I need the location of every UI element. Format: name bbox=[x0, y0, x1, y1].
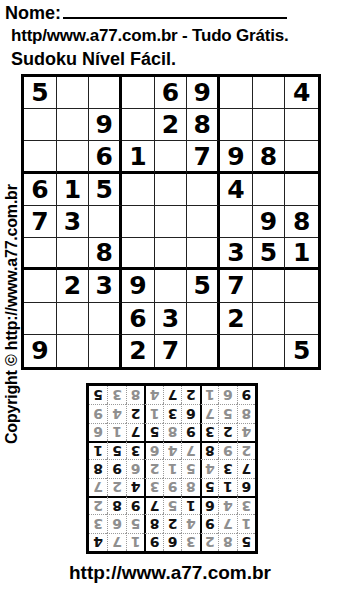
solution-cell-r5c5: 1 bbox=[163, 459, 181, 477]
solution-cell-r4c5: 9 bbox=[163, 478, 181, 496]
solution-cell-r1c8: 7 bbox=[107, 533, 125, 551]
cell-r3c8: 8 bbox=[253, 141, 286, 173]
sudoku-board: 569492861798615473988351239576329275 bbox=[21, 74, 321, 370]
cell-r4c2: 1 bbox=[57, 174, 90, 206]
solution-cell-r4c2: 1 bbox=[218, 478, 236, 496]
solution-cell-r5c3: 4 bbox=[200, 459, 218, 477]
cell-r6c4[interactable] bbox=[122, 238, 155, 270]
solution-cell-r3c9: 2 bbox=[89, 496, 107, 514]
solution-cell-r9c9: 5 bbox=[89, 386, 107, 404]
solution-cell-r2c9: 3 bbox=[89, 514, 107, 532]
solution-cell-r8c2: 5 bbox=[218, 404, 236, 422]
sudoku-worksheet-page: Nome: http/www.a77.com.br - Tudo Grátis.… bbox=[0, 0, 340, 596]
cell-r9c6[interactable] bbox=[187, 335, 220, 367]
cell-r8c1[interactable] bbox=[24, 303, 57, 335]
cell-r5c7[interactable] bbox=[220, 206, 253, 238]
cell-r1c5: 6 bbox=[155, 77, 188, 109]
cell-r6c5[interactable] bbox=[155, 238, 188, 270]
cell-r5c8: 9 bbox=[253, 206, 286, 238]
cell-r5c5[interactable] bbox=[155, 206, 188, 238]
cell-r9c8[interactable] bbox=[253, 335, 286, 367]
solution-cell-r6c2: 9 bbox=[218, 441, 236, 459]
cell-r9c2[interactable] bbox=[57, 335, 90, 367]
solution-cell-r6c4: 7 bbox=[181, 441, 199, 459]
cell-r2c4[interactable] bbox=[122, 109, 155, 141]
solution-cell-r2c6: 8 bbox=[144, 514, 162, 532]
solution-cell-r1c5: 6 bbox=[163, 533, 181, 551]
solution-cell-r6c3: 8 bbox=[200, 441, 218, 459]
cell-r8c8[interactable] bbox=[253, 303, 286, 335]
solution-cell-r9c5: 7 bbox=[163, 386, 181, 404]
cell-r1c6: 9 bbox=[187, 77, 220, 109]
solution-cell-r3c7: 9 bbox=[126, 496, 144, 514]
cell-r4c3: 5 bbox=[89, 174, 122, 206]
solution-cell-r7c6: 5 bbox=[144, 423, 162, 441]
solution-cell-r4c7: 4 bbox=[126, 478, 144, 496]
cell-r4c9[interactable] bbox=[285, 174, 318, 206]
solution-cell-r4c9: 7 bbox=[89, 478, 107, 496]
solution-cell-r6c9: 1 bbox=[89, 441, 107, 459]
cell-r2c5: 2 bbox=[155, 109, 188, 141]
cell-r5c1: 7 bbox=[24, 206, 57, 238]
solution-cell-r4c6: 3 bbox=[144, 478, 162, 496]
solution-cell-r7c9: 6 bbox=[89, 423, 107, 441]
cell-r5c6[interactable] bbox=[187, 206, 220, 238]
cell-r8c6[interactable] bbox=[187, 303, 220, 335]
solution-cell-r4c3: 5 bbox=[200, 478, 218, 496]
cell-r8c9[interactable] bbox=[285, 303, 318, 335]
site-header-text: http/www.a77.com.br - Tudo Grátis. bbox=[11, 26, 289, 46]
cell-r6c7: 3 bbox=[220, 238, 253, 270]
solution-cell-r4c1: 6 bbox=[237, 478, 255, 496]
solution-cell-r3c2: 4 bbox=[218, 496, 236, 514]
solution-cell-r1c4: 3 bbox=[181, 533, 199, 551]
solution-cell-r8c8: 4 bbox=[107, 404, 125, 422]
solution-cell-r8c6: 1 bbox=[144, 404, 162, 422]
solution-cell-r6c8: 5 bbox=[107, 441, 125, 459]
footer-url: http://www.a77.com.br bbox=[0, 562, 340, 584]
cell-r2c2[interactable] bbox=[57, 109, 90, 141]
solution-cell-r5c6: 2 bbox=[144, 459, 162, 477]
cell-r5c4[interactable] bbox=[122, 206, 155, 238]
cell-r6c3: 8 bbox=[89, 238, 122, 270]
solution-cell-r7c1: 4 bbox=[237, 423, 255, 441]
cell-r8c7: 2 bbox=[220, 303, 253, 335]
puzzle-title: Sudoku Nível Fácil. bbox=[11, 49, 176, 70]
cell-r2c9[interactable] bbox=[285, 109, 318, 141]
cell-r7c7: 7 bbox=[220, 270, 253, 302]
solution-cell-r3c5: 5 bbox=[163, 496, 181, 514]
cell-r6c6[interactable] bbox=[187, 238, 220, 270]
solution-cell-r6c6: 6 bbox=[144, 441, 162, 459]
solution-cell-r9c6: 4 bbox=[144, 386, 162, 404]
cell-r4c1: 6 bbox=[24, 174, 57, 206]
cell-r1c7[interactable] bbox=[220, 77, 253, 109]
cell-r7c6: 5 bbox=[187, 270, 220, 302]
cell-r8c3[interactable] bbox=[89, 303, 122, 335]
solution-cell-r5c4: 5 bbox=[181, 459, 199, 477]
solution-cell-r8c3: 7 bbox=[200, 404, 218, 422]
solution-cell-r7c2: 2 bbox=[218, 423, 236, 441]
cell-r3c5[interactable] bbox=[155, 141, 188, 173]
solution-cell-r5c7: 6 bbox=[126, 459, 144, 477]
solution-cell-r8c1: 8 bbox=[237, 404, 255, 422]
cell-r5c9: 8 bbox=[285, 206, 318, 238]
solution-cell-r7c4: 9 bbox=[181, 423, 199, 441]
solution-cell-r1c9: 4 bbox=[89, 533, 107, 551]
cell-r4c8[interactable] bbox=[253, 174, 286, 206]
solution-cell-r9c8: 3 bbox=[107, 386, 125, 404]
solution-cell-r9c7: 8 bbox=[126, 386, 144, 404]
solution-cell-r5c1: 7 bbox=[237, 459, 255, 477]
solution-cell-r8c5: 3 bbox=[163, 404, 181, 422]
solution-cell-r2c4: 4 bbox=[181, 514, 199, 532]
cell-r3c9[interactable] bbox=[285, 141, 318, 173]
solution-cell-r4c8: 2 bbox=[107, 478, 125, 496]
cell-r2c8[interactable] bbox=[253, 109, 286, 141]
solution-cell-r8c4: 6 bbox=[181, 404, 199, 422]
cell-r1c2[interactable] bbox=[57, 77, 90, 109]
cell-r9c1: 9 bbox=[24, 335, 57, 367]
name-field-row: Nome: bbox=[5, 2, 287, 24]
cell-r7c5[interactable] bbox=[155, 270, 188, 302]
solution-cell-r2c1: 1 bbox=[237, 514, 255, 532]
cell-r1c4[interactable] bbox=[122, 77, 155, 109]
cell-r3c2[interactable] bbox=[57, 141, 90, 173]
cell-r5c2: 3 bbox=[57, 206, 90, 238]
solution-cell-r9c3: 1 bbox=[200, 386, 218, 404]
solution-cell-r6c5: 4 bbox=[163, 441, 181, 459]
solution-cell-r3c1: 3 bbox=[237, 496, 255, 514]
copyright-vertical-text: Copyright © http://www.a77.com.br bbox=[3, 184, 21, 444]
solution-cell-r5c8: 9 bbox=[107, 459, 125, 477]
cell-r5c3[interactable] bbox=[89, 206, 122, 238]
cell-r1c1: 5 bbox=[24, 77, 57, 109]
name-label: Nome: bbox=[5, 3, 61, 23]
solution-cell-r5c9: 8 bbox=[89, 459, 107, 477]
solution-cell-r2c2: 7 bbox=[218, 514, 236, 532]
cell-r9c5: 7 bbox=[155, 335, 188, 367]
solution-board-rotated: 5823691741794285633461579826158934277345… bbox=[86, 383, 258, 554]
solution-cell-r2c5: 2 bbox=[163, 514, 181, 532]
cell-r3c7: 9 bbox=[220, 141, 253, 173]
cell-r4c6[interactable] bbox=[187, 174, 220, 206]
cell-r3c3: 6 bbox=[89, 141, 122, 173]
cell-r4c5[interactable] bbox=[155, 174, 188, 206]
cell-r7c3: 3 bbox=[89, 270, 122, 302]
cell-r4c4[interactable] bbox=[122, 174, 155, 206]
solution-cell-r9c1: 9 bbox=[237, 386, 255, 404]
solution-cell-r1c6: 9 bbox=[144, 533, 162, 551]
solution-cell-r3c3: 6 bbox=[200, 496, 218, 514]
cell-r3c4: 1 bbox=[122, 141, 155, 173]
cell-r7c2: 2 bbox=[57, 270, 90, 302]
cell-r6c1[interactable] bbox=[24, 238, 57, 270]
solution-cell-r4c4: 8 bbox=[181, 478, 199, 496]
solution-cell-r3c4: 1 bbox=[181, 496, 199, 514]
cell-r2c6: 8 bbox=[187, 109, 220, 141]
cell-r2c3: 9 bbox=[89, 109, 122, 141]
name-underline bbox=[63, 2, 287, 19]
cell-r6c8: 5 bbox=[253, 238, 286, 270]
cell-r7c8[interactable] bbox=[253, 270, 286, 302]
solution-cell-r7c8: 1 bbox=[107, 423, 125, 441]
cell-r8c5: 3 bbox=[155, 303, 188, 335]
cell-r8c2[interactable] bbox=[57, 303, 90, 335]
cell-r6c9: 1 bbox=[285, 238, 318, 270]
solution-cell-r8c7: 2 bbox=[126, 404, 144, 422]
solution-cell-r7c3: 3 bbox=[200, 423, 218, 441]
solution-cell-r5c2: 3 bbox=[218, 459, 236, 477]
cell-r4c7: 4 bbox=[220, 174, 253, 206]
cell-r9c4: 2 bbox=[122, 335, 155, 367]
cell-r9c3[interactable] bbox=[89, 335, 122, 367]
solution-cell-r1c1: 5 bbox=[237, 533, 255, 551]
solution-cell-r1c7: 1 bbox=[126, 533, 144, 551]
cell-r9c9: 5 bbox=[285, 335, 318, 367]
solution-cell-r9c2: 6 bbox=[218, 386, 236, 404]
solution-cell-r2c8: 6 bbox=[107, 514, 125, 532]
solution-cell-r3c6: 7 bbox=[144, 496, 162, 514]
solution-cell-r3c8: 8 bbox=[107, 496, 125, 514]
solution-cell-r2c3: 9 bbox=[200, 514, 218, 532]
cell-r3c6: 7 bbox=[187, 141, 220, 173]
solution-cell-r8c9: 9 bbox=[89, 404, 107, 422]
cell-r7c1[interactable] bbox=[24, 270, 57, 302]
solution-cell-r1c3: 2 bbox=[200, 533, 218, 551]
solution-cell-r6c1: 2 bbox=[237, 441, 255, 459]
cell-r6c2[interactable] bbox=[57, 238, 90, 270]
cell-r1c8[interactable] bbox=[253, 77, 286, 109]
cell-r3c1[interactable] bbox=[24, 141, 57, 173]
cell-r2c1[interactable] bbox=[24, 109, 57, 141]
cell-r1c9: 4 bbox=[285, 77, 318, 109]
solution-cell-r6c7: 3 bbox=[126, 441, 144, 459]
cell-r7c4: 9 bbox=[122, 270, 155, 302]
solution-cell-r7c7: 7 bbox=[126, 423, 144, 441]
solution-cell-r7c5: 8 bbox=[163, 423, 181, 441]
solution-cell-r1c2: 8 bbox=[218, 533, 236, 551]
solution-cell-r2c7: 5 bbox=[126, 514, 144, 532]
cell-r2c7[interactable] bbox=[220, 109, 253, 141]
cell-r8c4: 6 bbox=[122, 303, 155, 335]
solution-cell-r9c4: 2 bbox=[181, 386, 199, 404]
cell-r7c9[interactable] bbox=[285, 270, 318, 302]
cell-r1c3[interactable] bbox=[89, 77, 122, 109]
cell-r9c7[interactable] bbox=[220, 335, 253, 367]
